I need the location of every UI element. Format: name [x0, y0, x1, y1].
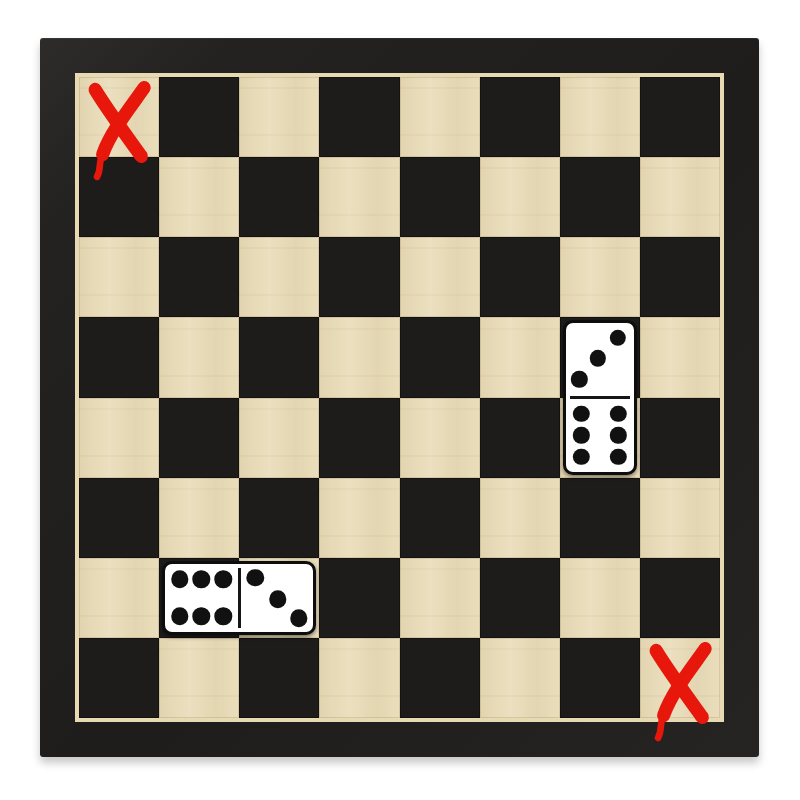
- square-r4c5[interactable]: [400, 317, 480, 397]
- square-r7c7[interactable]: [560, 558, 640, 638]
- pip: [247, 569, 264, 586]
- pip: [290, 610, 307, 627]
- pip: [610, 405, 626, 421]
- pip: [571, 371, 587, 387]
- square-r6c2[interactable]: [159, 478, 239, 558]
- square-r3c6[interactable]: [480, 237, 560, 317]
- square-r1c2[interactable]: [159, 77, 239, 157]
- pip: [573, 449, 589, 465]
- square-r4c1[interactable]: [79, 317, 159, 397]
- square-r8c2[interactable]: [159, 638, 239, 718]
- page-background: [0, 0, 800, 800]
- square-r2c5[interactable]: [400, 157, 480, 237]
- pip: [215, 571, 232, 588]
- square-r3c3[interactable]: [239, 237, 319, 317]
- square-r4c2[interactable]: [159, 317, 239, 397]
- square-r4c8[interactable]: [640, 317, 720, 397]
- square-r5c3[interactable]: [239, 398, 319, 478]
- domino-6-3-horizontal[interactable]: [162, 561, 316, 635]
- square-r1c3[interactable]: [239, 77, 319, 157]
- domino-half-6: [566, 399, 634, 472]
- board-inner-border: [75, 73, 724, 722]
- pip: [193, 571, 210, 588]
- square-r2c3[interactable]: [239, 157, 319, 237]
- domino-half-3: [241, 564, 314, 632]
- square-r7c4[interactable]: [319, 558, 399, 638]
- square-r8c8[interactable]: [640, 638, 720, 718]
- square-r5c4[interactable]: [319, 398, 399, 478]
- square-r6c7[interactable]: [560, 478, 640, 558]
- square-r7c5[interactable]: [400, 558, 480, 638]
- square-r7c8[interactable]: [640, 558, 720, 638]
- domino-half-3: [566, 323, 634, 396]
- pip: [171, 607, 188, 624]
- square-r6c4[interactable]: [319, 478, 399, 558]
- board-play-area: [79, 77, 720, 718]
- square-r5c1[interactable]: [79, 398, 159, 478]
- square-r2c1[interactable]: [79, 157, 159, 237]
- square-r2c6[interactable]: [480, 157, 560, 237]
- square-r3c1[interactable]: [79, 237, 159, 317]
- square-r3c8[interactable]: [640, 237, 720, 317]
- square-r3c2[interactable]: [159, 237, 239, 317]
- square-r5c8[interactable]: [640, 398, 720, 478]
- square-r1c6[interactable]: [480, 77, 560, 157]
- square-r1c4[interactable]: [319, 77, 399, 157]
- domino-3-6-vertical[interactable]: [563, 320, 637, 474]
- square-r3c7[interactable]: [560, 237, 640, 317]
- pip: [193, 607, 210, 624]
- square-r8c6[interactable]: [480, 638, 560, 718]
- square-r4c3[interactable]: [239, 317, 319, 397]
- pip: [609, 330, 625, 346]
- pip: [573, 427, 589, 443]
- square-r8c7[interactable]: [560, 638, 640, 718]
- square-r5c6[interactable]: [480, 398, 560, 478]
- pip: [171, 571, 188, 588]
- square-r2c8[interactable]: [640, 157, 720, 237]
- square-r5c2[interactable]: [159, 398, 239, 478]
- square-r2c4[interactable]: [319, 157, 399, 237]
- square-r7c1[interactable]: [79, 558, 159, 638]
- pip: [215, 607, 232, 624]
- domino-half-6: [165, 564, 238, 632]
- square-r1c7[interactable]: [560, 77, 640, 157]
- pip: [610, 427, 626, 443]
- square-r6c6[interactable]: [480, 478, 560, 558]
- square-r3c5[interactable]: [400, 237, 480, 317]
- square-r7c6[interactable]: [480, 558, 560, 638]
- square-r6c1[interactable]: [79, 478, 159, 558]
- square-r5c5[interactable]: [400, 398, 480, 478]
- square-r8c3[interactable]: [239, 638, 319, 718]
- square-r8c4[interactable]: [319, 638, 399, 718]
- pip: [269, 590, 286, 607]
- square-r6c3[interactable]: [239, 478, 319, 558]
- square-r1c8[interactable]: [640, 77, 720, 157]
- square-r4c4[interactable]: [319, 317, 399, 397]
- square-r8c5[interactable]: [400, 638, 480, 718]
- pip: [590, 350, 606, 366]
- square-r3c4[interactable]: [319, 237, 399, 317]
- square-r6c8[interactable]: [640, 478, 720, 558]
- pip: [610, 449, 626, 465]
- square-r6c5[interactable]: [400, 478, 480, 558]
- square-r4c6[interactable]: [480, 317, 560, 397]
- square-r8c1[interactable]: [79, 638, 159, 718]
- pip: [573, 405, 589, 421]
- square-r1c5[interactable]: [400, 77, 480, 157]
- square-r1c1[interactable]: [79, 77, 159, 157]
- square-r2c2[interactable]: [159, 157, 239, 237]
- square-r2c7[interactable]: [560, 157, 640, 237]
- checkerboard: [40, 38, 759, 757]
